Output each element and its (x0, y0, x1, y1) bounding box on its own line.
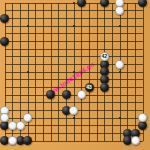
stone-white[interactable] (131, 136, 140, 145)
stone-black[interactable] (138, 121, 147, 130)
stone-white[interactable] (115, 6, 124, 15)
star-point (73, 2, 75, 4)
stone-black[interactable] (0, 37, 9, 46)
grid-line-horizontal-17 (5, 125, 144, 126)
star-point (73, 25, 75, 27)
star-point (119, 71, 121, 73)
star-point (119, 117, 121, 119)
grid-line-vertical-11 (81, 3, 82, 141)
grid-line-horizontal-12 (5, 87, 144, 88)
stone-white[interactable] (8, 136, 17, 145)
stone-white[interactable] (69, 106, 78, 115)
stone-white[interactable] (16, 121, 25, 130)
stone-black[interactable] (100, 83, 109, 92)
stone-white[interactable] (115, 60, 124, 69)
stone-black[interactable] (62, 90, 71, 99)
grid-line-horizontal-14 (5, 102, 144, 103)
star-point (27, 71, 29, 73)
stone-white[interactable] (0, 113, 9, 122)
stone-black[interactable] (46, 90, 55, 99)
grid-line-vertical-15 (112, 3, 113, 141)
stone-white[interactable] (77, 90, 86, 99)
grid-line-horizontal-11 (5, 79, 144, 80)
star-point (73, 71, 75, 73)
stone-white[interactable] (138, 113, 147, 122)
stone-black[interactable] (100, 0, 109, 7)
stone-black[interactable] (23, 136, 32, 145)
star-point (73, 117, 75, 119)
stone-white[interactable] (100, 52, 109, 61)
stone-black[interactable] (85, 83, 94, 92)
stone-white[interactable] (23, 113, 32, 122)
stone-black[interactable] (138, 0, 147, 7)
grid-line-vertical-17 (127, 3, 128, 141)
go-board[interactable]: www.tode1024.cn 4243 (0, 0, 150, 150)
grid-line-vertical-18 (135, 3, 136, 141)
grid-line-horizontal-13 (5, 95, 144, 96)
stone-black[interactable] (0, 14, 9, 23)
grid-line-vertical-12 (89, 3, 90, 141)
star-point (27, 25, 29, 27)
stone-black[interactable] (77, 0, 86, 7)
grid-line-vertical-13 (97, 3, 98, 141)
star-point (119, 25, 121, 27)
